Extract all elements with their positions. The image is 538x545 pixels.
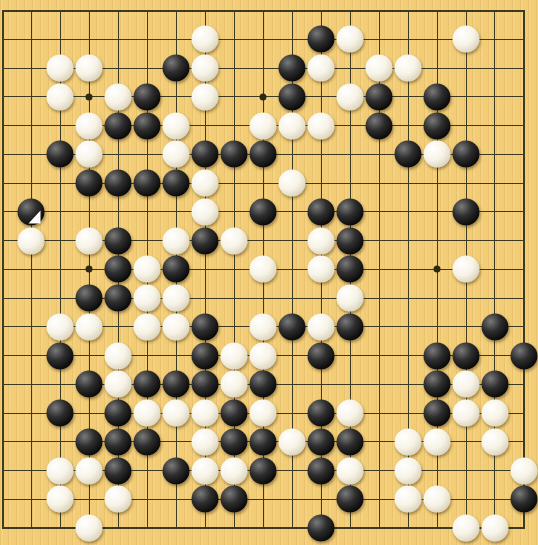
stone-white[interactable] [308,227,335,254]
stone-black[interactable] [134,371,161,398]
stone-white[interactable] [47,486,74,513]
stone-white[interactable] [250,256,277,283]
stone-black[interactable] [192,313,219,340]
stone-black[interactable] [308,428,335,455]
stone-white[interactable] [47,457,74,484]
stone-black[interactable] [308,457,335,484]
go-board [0,0,538,545]
stone-black[interactable] [18,198,45,225]
stone-white[interactable] [424,141,451,168]
stone-white[interactable] [308,55,335,82]
stone-black[interactable] [47,141,74,168]
stone-white[interactable] [481,515,508,542]
stone-black[interactable] [337,428,364,455]
stone-white[interactable] [105,342,132,369]
stone-black[interactable] [250,371,277,398]
stone-white[interactable] [163,227,190,254]
stone-white[interactable] [250,342,277,369]
stone-white[interactable] [76,227,103,254]
stone-white[interactable] [134,313,161,340]
stone-white[interactable] [192,428,219,455]
stone-black[interactable] [424,371,451,398]
stone-white[interactable] [163,141,190,168]
last-move-marker [28,211,40,224]
stone-black[interactable] [163,170,190,197]
stone-white[interactable] [76,112,103,139]
stone-black[interactable] [76,371,103,398]
stone-white[interactable] [279,170,306,197]
stone-black[interactable] [163,371,190,398]
stone-white[interactable] [221,227,248,254]
stone-black[interactable] [134,428,161,455]
stone-white[interactable] [76,515,103,542]
stone-black[interactable] [76,428,103,455]
star-point [86,266,93,273]
stone-black[interactable] [134,112,161,139]
stone-black[interactable] [510,486,537,513]
stone-white[interactable] [453,400,480,427]
stone-white[interactable] [47,313,74,340]
stone-black[interactable] [221,141,248,168]
stone-black[interactable] [221,486,248,513]
stone-black[interactable] [105,428,132,455]
stone-white[interactable] [395,486,422,513]
stone-white[interactable] [424,428,451,455]
stone-black[interactable] [424,400,451,427]
stone-white[interactable] [163,400,190,427]
stone-black[interactable] [337,313,364,340]
stone-black[interactable] [250,198,277,225]
grid-line-vertical [523,10,525,530]
stone-white[interactable] [337,26,364,53]
stone-black[interactable] [337,486,364,513]
stone-white[interactable] [192,400,219,427]
stone-black[interactable] [105,457,132,484]
stone-black[interactable] [424,83,451,110]
stone-white[interactable] [424,486,451,513]
stone-white[interactable] [279,428,306,455]
stone-white[interactable] [337,400,364,427]
stone-black[interactable] [105,256,132,283]
stone-black[interactable] [366,83,393,110]
stone-black[interactable] [510,342,537,369]
stone-white[interactable] [134,285,161,312]
stone-white[interactable] [221,457,248,484]
stone-black[interactable] [105,112,132,139]
stone-black[interactable] [76,285,103,312]
stone-white[interactable] [18,227,45,254]
stone-black[interactable] [192,227,219,254]
stone-black[interactable] [192,371,219,398]
stone-white[interactable] [510,457,537,484]
stone-white[interactable] [481,400,508,427]
stone-white[interactable] [481,428,508,455]
stone-black[interactable] [481,371,508,398]
stone-black[interactable] [163,55,190,82]
stone-black[interactable] [105,227,132,254]
stone-white[interactable] [453,515,480,542]
stone-black[interactable] [308,400,335,427]
stone-black[interactable] [105,285,132,312]
stone-white[interactable] [308,313,335,340]
stone-black[interactable] [279,83,306,110]
stone-black[interactable] [279,55,306,82]
stone-white[interactable] [337,83,364,110]
stone-white[interactable] [192,83,219,110]
stone-white[interactable] [366,55,393,82]
stone-black[interactable] [134,83,161,110]
stone-white[interactable] [105,371,132,398]
stone-white[interactable] [192,26,219,53]
stone-white[interactable] [453,371,480,398]
stone-black[interactable] [105,170,132,197]
stone-white[interactable] [279,112,306,139]
stone-white[interactable] [76,457,103,484]
star-point [434,266,441,273]
stone-black[interactable] [47,342,74,369]
stone-black[interactable] [279,313,306,340]
stone-black[interactable] [424,342,451,369]
stone-black[interactable] [105,400,132,427]
stone-white[interactable] [308,112,335,139]
stone-white[interactable] [76,313,103,340]
stone-black[interactable] [163,256,190,283]
stone-black[interactable] [308,342,335,369]
stone-black[interactable] [76,170,103,197]
stone-black[interactable] [163,457,190,484]
stone-black[interactable] [337,256,364,283]
stone-black[interactable] [47,400,74,427]
stone-black[interactable] [308,515,335,542]
stone-black[interactable] [250,457,277,484]
stone-white[interactable] [337,457,364,484]
stone-black[interactable] [337,227,364,254]
stone-white[interactable] [192,198,219,225]
stone-white[interactable] [337,285,364,312]
stone-black[interactable] [481,313,508,340]
stone-white[interactable] [250,112,277,139]
stone-black[interactable] [337,198,364,225]
stone-white[interactable] [134,256,161,283]
stone-black[interactable] [192,342,219,369]
stone-white[interactable] [76,141,103,168]
stone-black[interactable] [453,342,480,369]
stone-black[interactable] [134,170,161,197]
stone-white[interactable] [134,400,161,427]
stone-white[interactable] [395,428,422,455]
stone-white[interactable] [192,55,219,82]
stone-black[interactable] [221,400,248,427]
stone-black[interactable] [192,486,219,513]
stone-white[interactable] [76,55,103,82]
stone-white[interactable] [395,55,422,82]
stone-white[interactable] [163,313,190,340]
stone-white[interactable] [47,83,74,110]
stone-black[interactable] [221,428,248,455]
stone-white[interactable] [453,256,480,283]
stone-white[interactable] [308,256,335,283]
stone-white[interactable] [105,486,132,513]
stone-black[interactable] [453,198,480,225]
stone-black[interactable] [453,141,480,168]
stone-white[interactable] [105,83,132,110]
stone-black[interactable] [395,141,422,168]
stone-black[interactable] [308,198,335,225]
star-point [260,93,267,100]
stone-white[interactable] [395,457,422,484]
stone-white[interactable] [192,170,219,197]
stone-black[interactable] [250,428,277,455]
stone-black[interactable] [366,112,393,139]
stone-black[interactable] [250,141,277,168]
stone-white[interactable] [47,55,74,82]
stone-white[interactable] [163,112,190,139]
stone-white[interactable] [192,457,219,484]
stone-black[interactable] [424,112,451,139]
stone-black[interactable] [192,141,219,168]
stone-black[interactable] [308,26,335,53]
stone-white[interactable] [250,313,277,340]
stone-white[interactable] [163,285,190,312]
stone-white[interactable] [221,342,248,369]
stone-white[interactable] [221,371,248,398]
stone-white[interactable] [250,400,277,427]
stone-white[interactable] [453,26,480,53]
star-point [86,93,93,100]
